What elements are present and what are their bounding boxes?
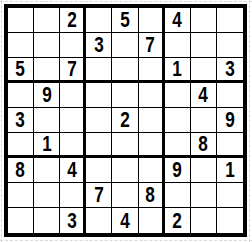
digit: 9: [172, 159, 182, 181]
digit: 3: [67, 210, 77, 232]
cell-r1c5[interactable]: 5: [112, 8, 138, 33]
sheet-gridline-left: [1, 0, 2, 242]
digit: 8: [16, 159, 26, 181]
cell-r6c9[interactable]: [217, 133, 243, 158]
cell-r9c9[interactable]: [217, 208, 243, 233]
cell-r7c4[interactable]: [86, 158, 112, 183]
cell-r8c7[interactable]: [165, 183, 191, 208]
digit: 4: [120, 210, 130, 232]
cell-r8c6[interactable]: 8: [139, 183, 165, 208]
cell-r3c5[interactable]: [112, 58, 138, 83]
sheet-gridline-bottom: [0, 240, 252, 241]
cell-r6c4[interactable]: [86, 133, 112, 158]
digit: 2: [172, 210, 182, 232]
cell-r4c8[interactable]: 4: [191, 83, 217, 108]
digit: 2: [120, 109, 130, 131]
cell-r5c7[interactable]: [165, 108, 191, 133]
cell-r2c1[interactable]: [8, 33, 34, 58]
cell-r4c1[interactable]: [8, 83, 34, 108]
cell-r7c5[interactable]: [112, 158, 138, 183]
cell-r7c3[interactable]: 4: [60, 158, 86, 183]
cell-r2c8[interactable]: [191, 33, 217, 58]
cell-r3c8[interactable]: [191, 58, 217, 83]
cell-r6c1[interactable]: [8, 133, 34, 158]
sheet-gridline-right: [249, 0, 250, 242]
cell-r9c7[interactable]: 2: [165, 208, 191, 233]
digit: 1: [42, 133, 52, 155]
digit: 3: [16, 109, 26, 131]
digit: 1: [225, 159, 235, 181]
cell-r6c7[interactable]: [165, 133, 191, 158]
cell-r2c5[interactable]: [112, 33, 138, 58]
digit: 8: [145, 184, 155, 206]
cell-r3c4[interactable]: [86, 58, 112, 83]
cell-r2c6[interactable]: 7: [139, 33, 165, 58]
cell-r5c3[interactable]: [60, 108, 86, 133]
cell-r8c5[interactable]: [112, 183, 138, 208]
cell-r6c5[interactable]: [112, 133, 138, 158]
digit: 4: [67, 159, 77, 181]
digit: 7: [67, 58, 77, 80]
cell-r8c4[interactable]: 7: [86, 183, 112, 208]
cell-r2c4[interactable]: 3: [86, 33, 112, 58]
cell-r3c3[interactable]: 7: [60, 58, 86, 83]
cell-r4c7[interactable]: [165, 83, 191, 108]
digit: 2: [67, 9, 77, 31]
cell-r5c6[interactable]: [139, 108, 165, 133]
cell-r1c1[interactable]: [8, 8, 34, 33]
digit: 9: [225, 109, 235, 131]
digit: 4: [172, 9, 182, 31]
cell-r4c4[interactable]: [86, 83, 112, 108]
digit: 1: [172, 58, 182, 80]
cell-r2c7[interactable]: [165, 33, 191, 58]
cell-r7c6[interactable]: [139, 158, 165, 183]
digit: 7: [145, 34, 155, 56]
digit: 4: [199, 84, 209, 106]
cell-r7c8[interactable]: [191, 158, 217, 183]
digit: 7: [94, 184, 104, 206]
cell-r1c7[interactable]: 4: [165, 8, 191, 33]
cell-r9c5[interactable]: 4: [112, 208, 138, 233]
cell-r2c2[interactable]: [34, 33, 60, 58]
screenshot-root: 2543757139432918849178342: [0, 0, 252, 242]
cell-r1c6[interactable]: [139, 8, 165, 33]
cell-r8c3[interactable]: [60, 183, 86, 208]
cell-r6c6[interactable]: [139, 133, 165, 158]
cell-r3c1[interactable]: 5: [8, 58, 34, 83]
cell-r3c6[interactable]: [139, 58, 165, 83]
digit: 5: [120, 9, 130, 31]
cell-r4c6[interactable]: [139, 83, 165, 108]
cell-r1c8[interactable]: [191, 8, 217, 33]
cell-r9c4[interactable]: [86, 208, 112, 233]
cell-r4c5[interactable]: [112, 83, 138, 108]
cell-r9c3[interactable]: 3: [60, 208, 86, 233]
cell-r8c8[interactable]: [191, 183, 217, 208]
cell-r5c5[interactable]: 2: [112, 108, 138, 133]
digit: 3: [94, 34, 104, 56]
cell-r7c9[interactable]: 1: [217, 158, 243, 183]
cell-r9c6[interactable]: [139, 208, 165, 233]
cell-r8c1[interactable]: [8, 183, 34, 208]
sudoku-board: 2543757139432918849178342: [4, 4, 247, 237]
digit: 3: [225, 58, 235, 80]
cell-r7c1[interactable]: 8: [8, 158, 34, 183]
cell-r3c9[interactable]: 3: [217, 58, 243, 83]
cell-r4c3[interactable]: [60, 83, 86, 108]
cell-r1c2[interactable]: [34, 8, 60, 33]
cell-r1c9[interactable]: [217, 8, 243, 33]
cell-r7c7[interactable]: 9: [165, 158, 191, 183]
cell-r5c8[interactable]: [191, 108, 217, 133]
digit: 5: [16, 58, 26, 80]
digit: 9: [42, 84, 52, 106]
cell-r7c2[interactable]: [34, 158, 60, 183]
cell-r9c1[interactable]: [8, 208, 34, 233]
sheet-gridline-top: [0, 1, 252, 2]
cell-r3c2[interactable]: [34, 58, 60, 83]
cell-r6c8[interactable]: 8: [191, 133, 217, 158]
digit: 8: [199, 133, 209, 155]
cell-r6c3[interactable]: [60, 133, 86, 158]
cell-r9c8[interactable]: [191, 208, 217, 233]
cell-r2c3[interactable]: [60, 33, 86, 58]
cell-r5c4[interactable]: [86, 108, 112, 133]
cell-r4c9[interactable]: [217, 83, 243, 108]
cell-r3c7[interactable]: 1: [165, 58, 191, 83]
cell-r5c9[interactable]: 9: [217, 108, 243, 133]
cell-r5c2[interactable]: [34, 108, 60, 133]
cell-r1c4[interactable]: [86, 8, 112, 33]
cell-r8c2[interactable]: [34, 183, 60, 208]
cell-r1c3[interactable]: 2: [60, 8, 86, 33]
cell-r9c2[interactable]: [34, 208, 60, 233]
cell-r6c2[interactable]: 1: [34, 133, 60, 158]
cell-r2c9[interactable]: [217, 33, 243, 58]
cell-r8c9[interactable]: [217, 183, 243, 208]
cell-r5c1[interactable]: 3: [8, 108, 34, 133]
cell-r4c2[interactable]: 9: [34, 83, 60, 108]
